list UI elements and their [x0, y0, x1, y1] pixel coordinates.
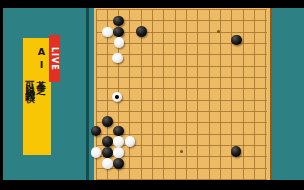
- grid-line-vertical: [186, 10, 187, 181]
- grid-line-vertical: [243, 10, 244, 181]
- stone-black: [102, 136, 113, 147]
- grid-line-vertical: [129, 10, 130, 181]
- grid-line-horizontal: [96, 77, 267, 78]
- grid-line-vertical: [209, 10, 210, 181]
- stone-black: [102, 147, 113, 158]
- stone-white: [102, 27, 113, 38]
- grid-line-vertical: [254, 10, 255, 181]
- stone-white: [125, 136, 136, 147]
- banner-title-primary: AI革命之: [36, 46, 47, 79]
- grid-line-horizontal: [96, 88, 267, 89]
- stone-white: [114, 37, 125, 48]
- star-point: [217, 30, 220, 33]
- grid-line-vertical: [197, 10, 198, 181]
- stone-white: [91, 147, 102, 158]
- last-move-marker: [115, 95, 119, 99]
- stone-black: [113, 27, 124, 38]
- stone-white: [112, 53, 123, 64]
- banner-title-secondary: 可以脱先的棋: [25, 73, 36, 89]
- stone-white: [113, 136, 124, 147]
- stone-black: [136, 26, 147, 37]
- stone-black: [113, 16, 124, 27]
- stone-white: [102, 158, 113, 169]
- go-board[interactable]: [94, 8, 272, 180]
- grid-line-vertical: [220, 10, 221, 181]
- stone-black: [231, 35, 242, 46]
- stone-black: [231, 146, 242, 157]
- stone-white: [113, 147, 124, 158]
- letterbox-bottom-bar: [0, 180, 304, 190]
- stone-black: [113, 158, 124, 169]
- letterbox-top-bar: [0, 0, 304, 8]
- grid-line-vertical: [265, 10, 266, 181]
- video-frame: AI革命之 可以脱先的棋 LIVE: [0, 0, 304, 190]
- frame-left-edge: [0, 0, 3, 190]
- stone-black: [113, 126, 124, 137]
- stone-black: [91, 126, 102, 137]
- board-left-shadow: [86, 8, 89, 180]
- grid-line-horizontal: [96, 9, 267, 10]
- grid-line-vertical: [163, 10, 164, 181]
- grid-line-horizontal: [96, 122, 267, 123]
- live-badge-label: LIVE: [50, 47, 59, 71]
- grid-line-horizontal: [96, 111, 267, 112]
- stone-black: [102, 116, 113, 127]
- title-banner: AI革命之 可以脱先的棋: [23, 38, 51, 155]
- grid-line-vertical: [175, 10, 176, 181]
- star-point: [180, 150, 183, 153]
- grid-line-horizontal: [96, 66, 267, 67]
- grid-line-vertical: [152, 10, 153, 181]
- stone-white: [112, 92, 123, 103]
- grid-line-horizontal: [96, 100, 267, 101]
- live-badge: LIVE: [49, 35, 61, 82]
